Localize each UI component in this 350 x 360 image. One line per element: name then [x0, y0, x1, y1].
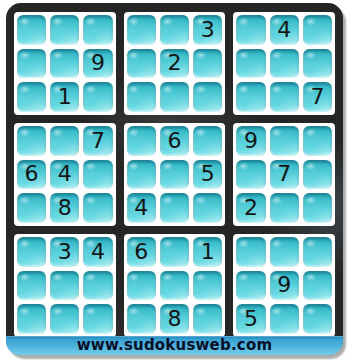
given-digit: 3	[58, 241, 72, 263]
cell-r6c7[interactable]: 2	[236, 193, 265, 223]
cell-r5c7[interactable]	[236, 160, 265, 190]
cell-r9c4[interactable]	[127, 304, 156, 334]
box-7: 34	[14, 234, 116, 337]
cell-r1c1[interactable]	[17, 15, 46, 45]
cell-r4c6[interactable]	[193, 126, 222, 156]
cell-r6c6[interactable]	[193, 193, 222, 223]
sudoku-board: 91324776486549723461895 www.sudokusweb.c…	[6, 3, 343, 355]
cell-r1c7[interactable]	[236, 15, 265, 45]
cell-r7c7[interactable]	[236, 237, 265, 267]
given-digit: 3	[201, 19, 215, 41]
cell-r3c7[interactable]	[236, 82, 265, 112]
cell-r1c5[interactable]	[160, 15, 189, 45]
cell-r9c9[interactable]	[303, 304, 332, 334]
cell-r4c2[interactable]	[50, 126, 79, 156]
cell-r3c2[interactable]: 1	[50, 82, 79, 112]
cell-r2c7[interactable]	[236, 49, 265, 79]
cell-r7c6[interactable]: 1	[193, 237, 222, 267]
cell-r7c8[interactable]	[270, 237, 299, 267]
cell-r2c6[interactable]	[193, 49, 222, 79]
box-5: 654	[124, 123, 226, 226]
cell-r4c1[interactable]	[17, 126, 46, 156]
cell-r8c5[interactable]	[160, 271, 189, 301]
cell-r3c9[interactable]: 7	[303, 82, 332, 112]
cell-r5c8[interactable]: 7	[270, 160, 299, 190]
cell-r2c3[interactable]: 9	[83, 49, 112, 79]
cell-r5c1[interactable]: 6	[17, 160, 46, 190]
cell-r6c3[interactable]	[83, 193, 112, 223]
cell-r1c6[interactable]: 3	[193, 15, 222, 45]
cell-r9c1[interactable]	[17, 304, 46, 334]
given-digit: 9	[277, 274, 291, 296]
cell-r4c9[interactable]	[303, 126, 332, 156]
given-digit: 8	[58, 197, 72, 219]
cell-r3c1[interactable]	[17, 82, 46, 112]
box-2: 32	[124, 12, 226, 115]
footer-bar: www.sudokusweb.com	[6, 336, 343, 355]
cell-r2c8[interactable]	[270, 49, 299, 79]
cell-r8c6[interactable]	[193, 271, 222, 301]
cell-r1c9[interactable]	[303, 15, 332, 45]
box-9: 95	[233, 234, 335, 337]
box-1: 91	[14, 12, 116, 115]
given-digit: 4	[58, 163, 72, 185]
given-digit: 5	[201, 163, 215, 185]
page: 91324776486549723461895 www.sudokusweb.c…	[0, 0, 350, 360]
cell-r8c8[interactable]: 9	[270, 271, 299, 301]
cell-r5c4[interactable]	[127, 160, 156, 190]
cell-r4c5[interactable]: 6	[160, 126, 189, 156]
cell-r7c9[interactable]	[303, 237, 332, 267]
cell-r7c3[interactable]: 4	[83, 237, 112, 267]
cell-r9c8[interactable]	[270, 304, 299, 334]
cell-r5c6[interactable]: 5	[193, 160, 222, 190]
site-url-link[interactable]: www.sudokusweb.com	[77, 338, 272, 353]
cell-r8c2[interactable]	[50, 271, 79, 301]
cell-r8c7[interactable]	[236, 271, 265, 301]
cell-r3c4[interactable]	[127, 82, 156, 112]
cell-r6c1[interactable]	[17, 193, 46, 223]
cell-r2c1[interactable]	[17, 49, 46, 79]
cell-r7c4[interactable]: 6	[127, 237, 156, 267]
cell-r2c9[interactable]	[303, 49, 332, 79]
cell-r7c5[interactable]	[160, 237, 189, 267]
sudoku-grid: 91324776486549723461895	[14, 12, 335, 337]
given-digit: 6	[25, 163, 39, 185]
cell-r4c8[interactable]	[270, 126, 299, 156]
given-digit: 7	[91, 130, 105, 152]
box-6: 972	[233, 123, 335, 226]
given-digit: 1	[201, 241, 215, 263]
given-digit: 4	[134, 197, 148, 219]
cell-r1c4[interactable]	[127, 15, 156, 45]
cell-r9c7[interactable]: 5	[236, 304, 265, 334]
given-digit: 2	[167, 52, 181, 74]
cell-r9c2[interactable]	[50, 304, 79, 334]
given-digit: 9	[91, 52, 105, 74]
cell-r8c3[interactable]	[83, 271, 112, 301]
cell-r8c4[interactable]	[127, 271, 156, 301]
cell-r3c5[interactable]	[160, 82, 189, 112]
given-digit: 2	[244, 197, 258, 219]
cell-r2c2[interactable]	[50, 49, 79, 79]
cell-r6c8[interactable]	[270, 193, 299, 223]
cell-r8c1[interactable]	[17, 271, 46, 301]
given-digit: 7	[310, 86, 324, 108]
box-4: 7648	[14, 123, 116, 226]
cell-r7c1[interactable]	[17, 237, 46, 267]
cell-r4c7[interactable]: 9	[236, 126, 265, 156]
given-digit: 4	[91, 241, 105, 263]
cell-r6c2[interactable]: 8	[50, 193, 79, 223]
box-8: 618	[124, 234, 226, 337]
cell-r6c4[interactable]: 4	[127, 193, 156, 223]
cell-r6c5[interactable]	[160, 193, 189, 223]
cell-r3c6[interactable]	[193, 82, 222, 112]
cell-r6c9[interactable]	[303, 193, 332, 223]
given-digit: 6	[134, 241, 148, 263]
given-digit: 5	[244, 308, 258, 330]
cell-r1c8[interactable]: 4	[270, 15, 299, 45]
given-digit: 7	[277, 163, 291, 185]
cell-r7c2[interactable]: 3	[50, 237, 79, 267]
cell-r5c2[interactable]: 4	[50, 160, 79, 190]
box-3: 47	[233, 12, 335, 115]
cell-r8c9[interactable]	[303, 271, 332, 301]
cell-r5c5[interactable]	[160, 160, 189, 190]
cell-r2c5[interactable]: 2	[160, 49, 189, 79]
given-digit: 4	[277, 19, 291, 41]
cell-r3c8[interactable]	[270, 82, 299, 112]
cell-r9c5[interactable]: 8	[160, 304, 189, 334]
cell-r1c3[interactable]	[83, 15, 112, 45]
given-digit: 1	[58, 86, 72, 108]
cell-r5c9[interactable]	[303, 160, 332, 190]
cell-r9c3[interactable]	[83, 304, 112, 334]
given-digit: 9	[244, 130, 258, 152]
cell-r3c3[interactable]	[83, 82, 112, 112]
cell-r1c2[interactable]	[50, 15, 79, 45]
cell-r5c3[interactable]	[83, 160, 112, 190]
cell-r4c4[interactable]	[127, 126, 156, 156]
given-digit: 8	[167, 308, 181, 330]
given-digit: 6	[167, 130, 181, 152]
cell-r2c4[interactable]	[127, 49, 156, 79]
cell-r4c3[interactable]: 7	[83, 126, 112, 156]
cell-r9c6[interactable]	[193, 304, 222, 334]
